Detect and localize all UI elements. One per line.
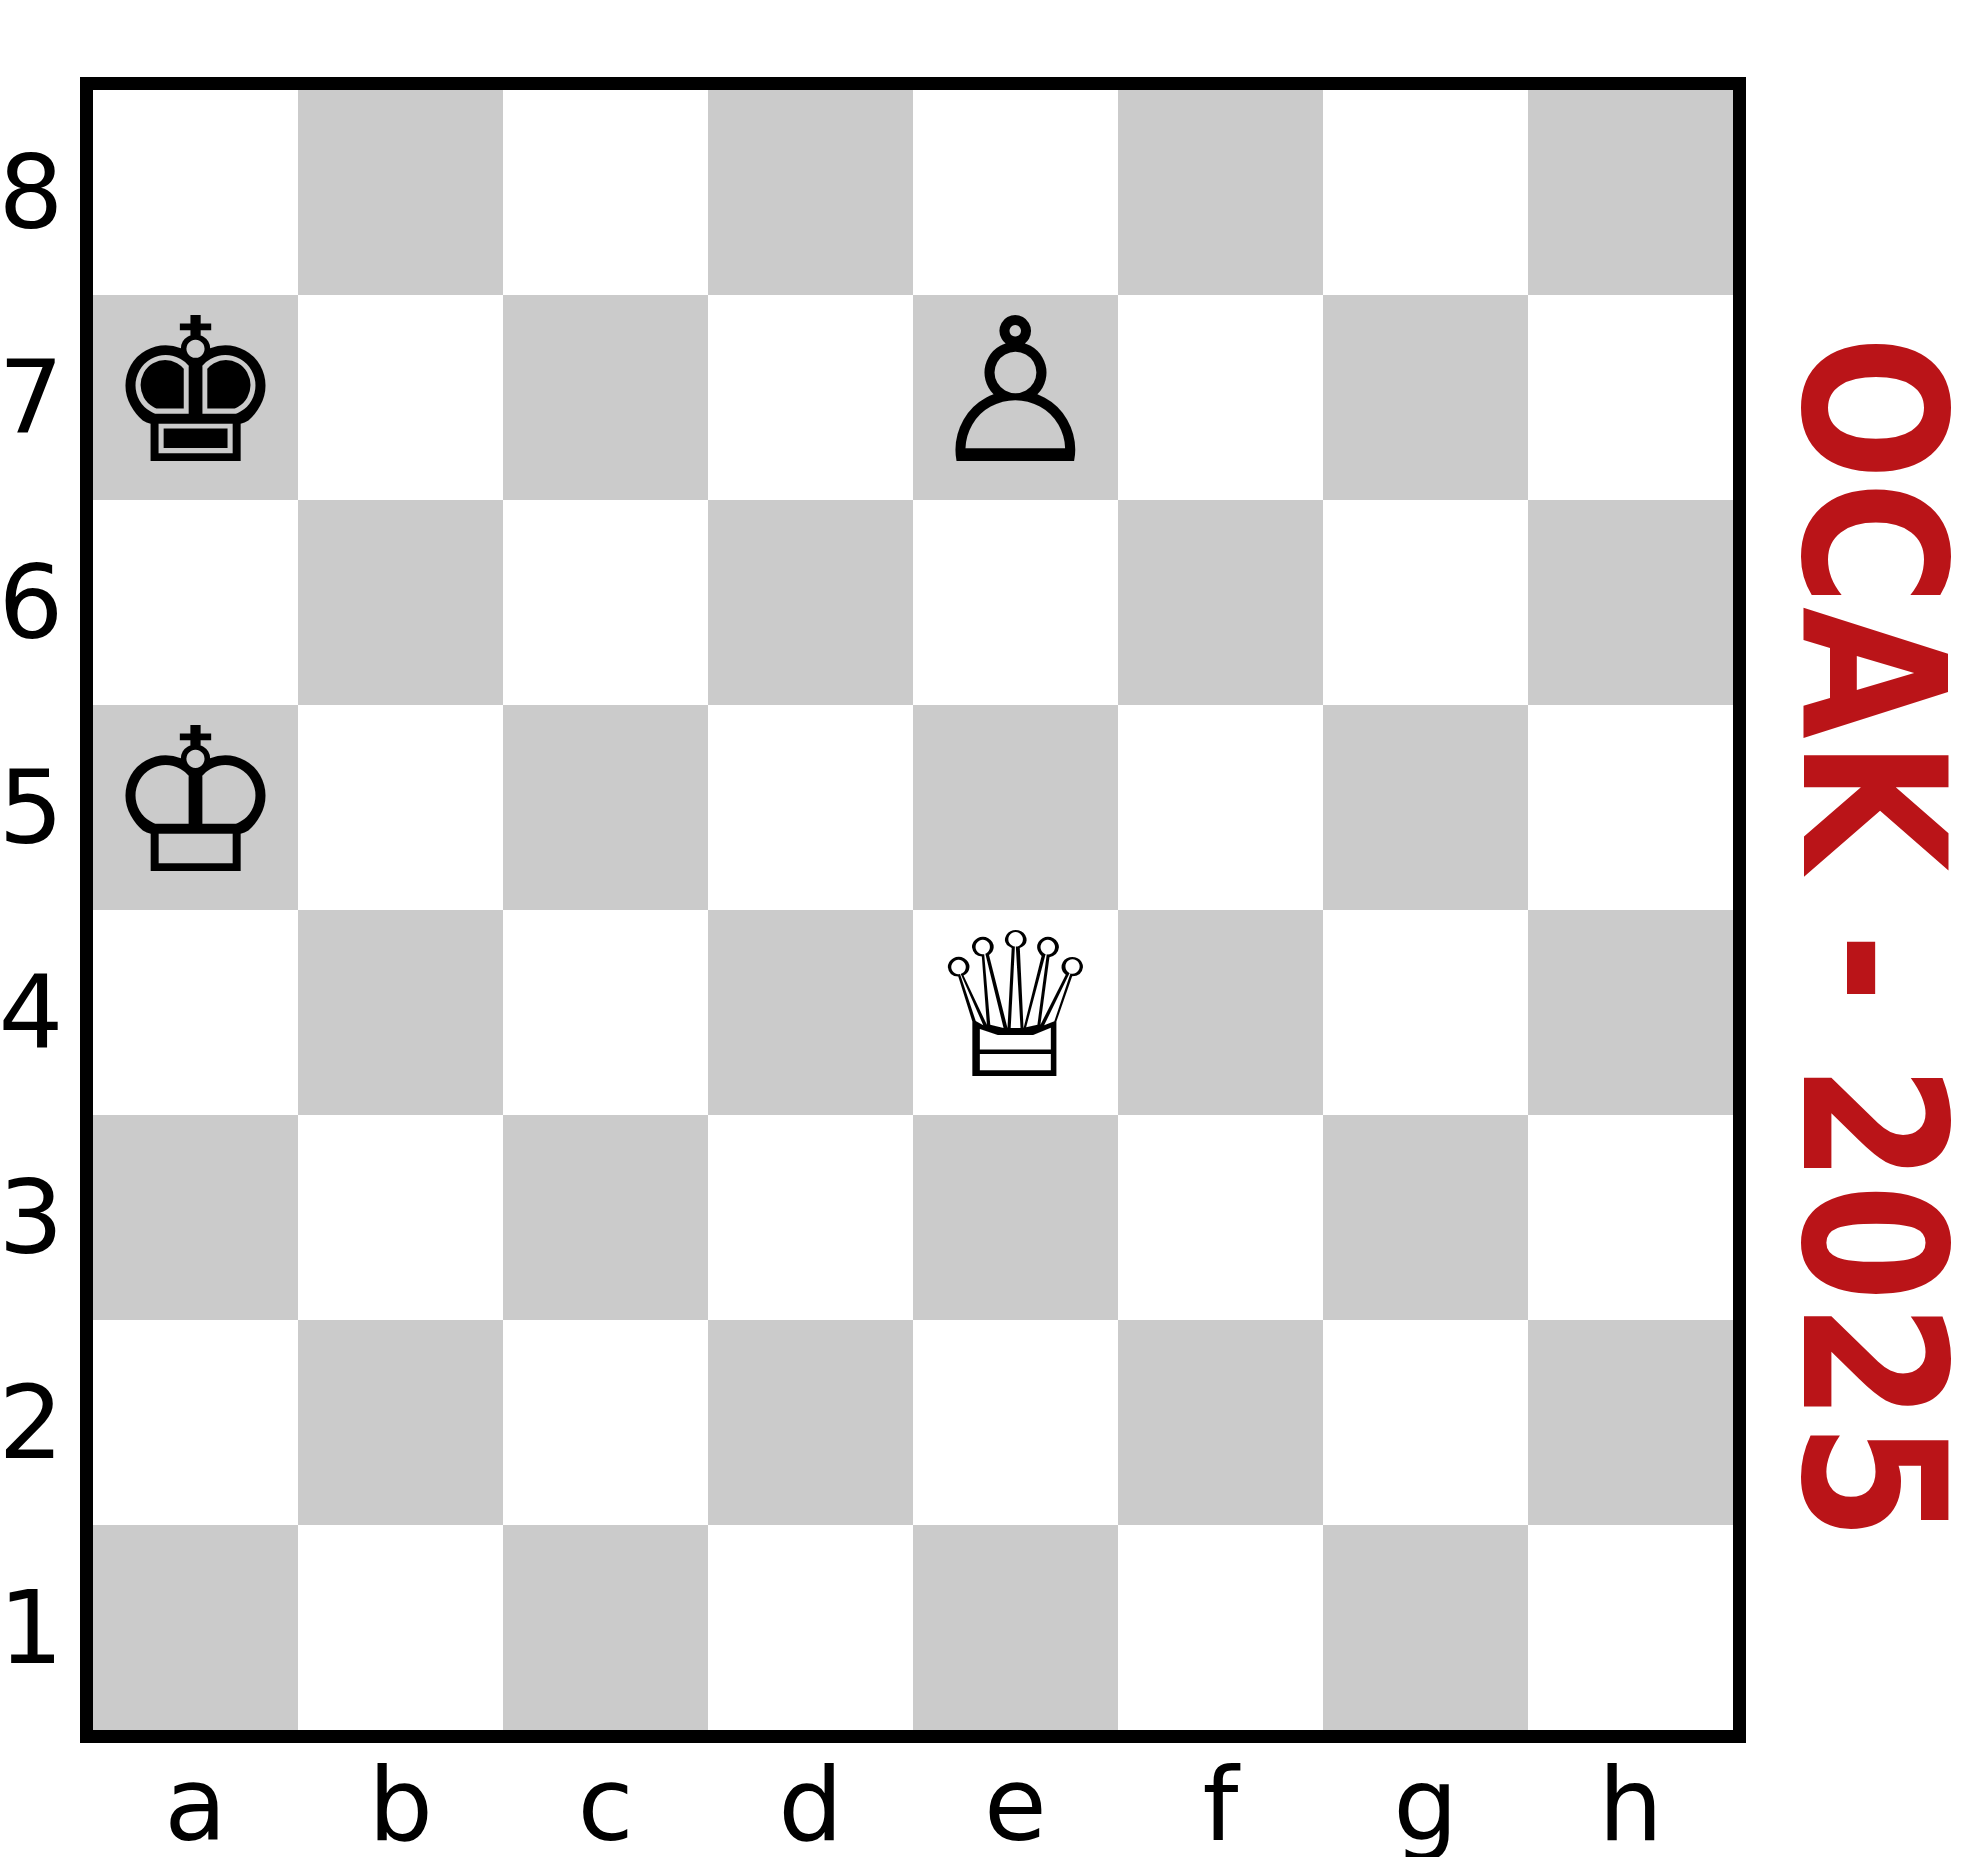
square-a1[interactable]	[93, 1525, 298, 1730]
square-b6[interactable]	[298, 500, 503, 705]
square-e2[interactable]	[913, 1320, 1118, 1525]
square-d6[interactable]	[708, 500, 913, 705]
square-b3[interactable]	[298, 1115, 503, 1320]
square-d7[interactable]	[708, 295, 913, 500]
square-a3[interactable]	[93, 1115, 298, 1320]
file-label-a: a	[93, 1752, 298, 1857]
square-e1[interactable]	[913, 1525, 1118, 1730]
square-f6[interactable]	[1118, 500, 1323, 705]
square-c2[interactable]	[503, 1320, 708, 1525]
chess-diagram-page: 87654321 ♚♙♔♕ abcdefgh OCAK - 2025	[0, 0, 1976, 1857]
square-c5[interactable]	[503, 705, 708, 910]
rank-label-6: 6	[0, 500, 62, 705]
square-e7[interactable]: ♙	[913, 295, 1118, 500]
square-g8[interactable]	[1323, 90, 1528, 295]
square-b1[interactable]	[298, 1525, 503, 1730]
square-e3[interactable]	[913, 1115, 1118, 1320]
square-c8[interactable]	[503, 90, 708, 295]
rank-label-2: 2	[0, 1320, 62, 1525]
square-c3[interactable]	[503, 1115, 708, 1320]
file-label-e: e	[913, 1752, 1118, 1857]
square-c1[interactable]	[503, 1525, 708, 1730]
square-e6[interactable]	[913, 500, 1118, 705]
square-a5[interactable]: ♔	[93, 705, 298, 910]
square-a8[interactable]	[93, 90, 298, 295]
square-e8[interactable]	[913, 90, 1118, 295]
chess-board: ♚♙♔♕	[80, 77, 1746, 1743]
square-f4[interactable]	[1118, 910, 1323, 1115]
square-c6[interactable]	[503, 500, 708, 705]
piece-white-king-a5[interactable]: ♔	[106, 702, 285, 902]
square-b2[interactable]	[298, 1320, 503, 1525]
event-label: OCAK - 2025	[1757, 335, 1976, 1541]
piece-white-queen-e4[interactable]: ♕	[926, 907, 1105, 1107]
square-d4[interactable]	[708, 910, 913, 1115]
square-f2[interactable]	[1118, 1320, 1323, 1525]
square-d2[interactable]	[708, 1320, 913, 1525]
square-c4[interactable]	[503, 910, 708, 1115]
square-e4[interactable]: ♕	[913, 910, 1118, 1115]
square-g6[interactable]	[1323, 500, 1528, 705]
file-label-c: c	[503, 1752, 708, 1857]
piece-black-king-a7[interactable]: ♚	[106, 292, 285, 492]
file-label-b: b	[298, 1752, 503, 1857]
rank-labels: 87654321	[0, 90, 62, 1730]
rank-label-7: 7	[0, 295, 62, 500]
square-g1[interactable]	[1323, 1525, 1528, 1730]
square-f7[interactable]	[1118, 295, 1323, 500]
rank-label-1: 1	[0, 1525, 62, 1730]
square-f1[interactable]	[1118, 1525, 1323, 1730]
square-c7[interactable]	[503, 295, 708, 500]
square-a7[interactable]: ♚	[93, 295, 298, 500]
square-a6[interactable]	[93, 500, 298, 705]
square-h5[interactable]	[1528, 705, 1733, 910]
square-g5[interactable]	[1323, 705, 1528, 910]
square-g7[interactable]	[1323, 295, 1528, 500]
square-b8[interactable]	[298, 90, 503, 295]
file-label-d: d	[708, 1752, 913, 1857]
rank-label-8: 8	[0, 90, 62, 295]
rank-label-3: 3	[0, 1115, 62, 1320]
square-d8[interactable]	[708, 90, 913, 295]
square-b5[interactable]	[298, 705, 503, 910]
square-e5[interactable]	[913, 705, 1118, 910]
square-a4[interactable]	[93, 910, 298, 1115]
square-d5[interactable]	[708, 705, 913, 910]
square-f3[interactable]	[1118, 1115, 1323, 1320]
square-h7[interactable]	[1528, 295, 1733, 500]
square-h1[interactable]	[1528, 1525, 1733, 1730]
file-label-g: g	[1323, 1752, 1528, 1857]
square-h8[interactable]	[1528, 90, 1733, 295]
square-a2[interactable]	[93, 1320, 298, 1525]
square-h4[interactable]	[1528, 910, 1733, 1115]
file-label-h: h	[1528, 1752, 1733, 1857]
square-d1[interactable]	[708, 1525, 913, 1730]
piece-white-pawn-e7[interactable]: ♙	[926, 292, 1105, 492]
square-b7[interactable]	[298, 295, 503, 500]
square-f5[interactable]	[1118, 705, 1323, 910]
file-label-f: f	[1118, 1752, 1323, 1857]
square-f8[interactable]	[1118, 90, 1323, 295]
square-g3[interactable]	[1323, 1115, 1528, 1320]
file-labels: abcdefgh	[93, 1752, 1733, 1857]
square-h2[interactable]	[1528, 1320, 1733, 1525]
square-g2[interactable]	[1323, 1320, 1528, 1525]
square-b4[interactable]	[298, 910, 503, 1115]
square-g4[interactable]	[1323, 910, 1528, 1115]
rank-label-4: 4	[0, 910, 62, 1115]
rank-label-5: 5	[0, 705, 62, 910]
square-d3[interactable]	[708, 1115, 913, 1320]
square-h6[interactable]	[1528, 500, 1733, 705]
square-h3[interactable]	[1528, 1115, 1733, 1320]
